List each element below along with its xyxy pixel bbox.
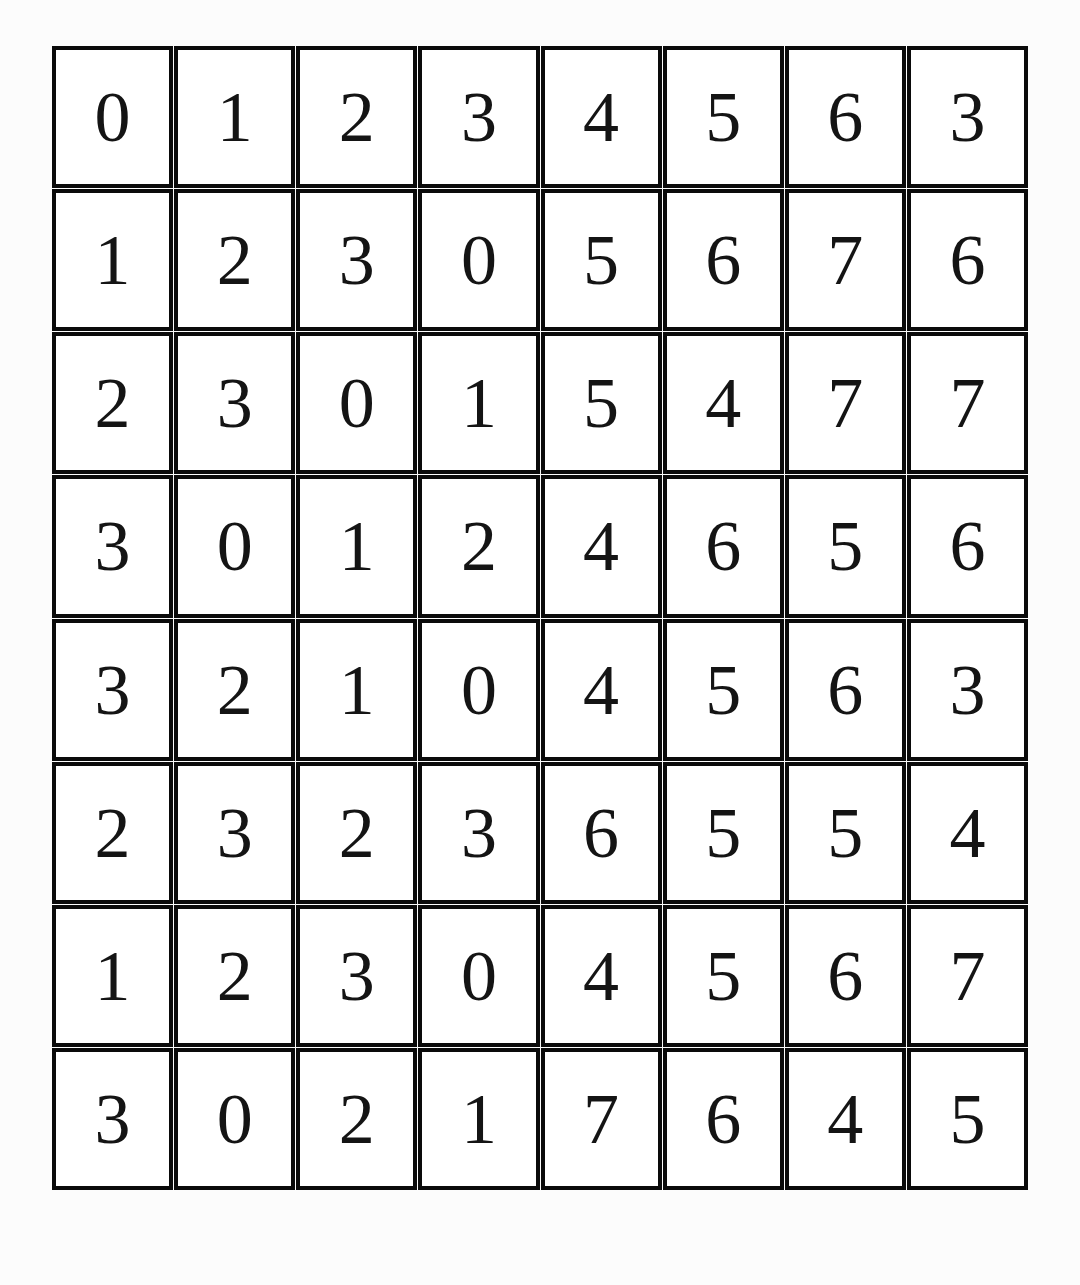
cell-r6c7[interactable]: 5 — [785, 762, 906, 904]
cell-r3c5[interactable]: 5 — [541, 332, 662, 474]
cell-r5c2[interactable]: 2 — [174, 619, 295, 761]
cell-r2c5[interactable]: 5 — [541, 189, 662, 331]
cell-r8c7[interactable]: 4 — [785, 1048, 906, 1190]
cell-r1c4[interactable]: 3 — [418, 46, 539, 188]
cell-r7c8[interactable]: 7 — [907, 905, 1028, 1047]
cell-r8c1[interactable]: 3 — [52, 1048, 173, 1190]
cell-r7c6[interactable]: 5 — [663, 905, 784, 1047]
cell-r4c1[interactable]: 3 — [52, 475, 173, 617]
cell-r4c3[interactable]: 1 — [296, 475, 417, 617]
cell-r3c8[interactable]: 7 — [907, 332, 1028, 474]
cell-r6c8[interactable]: 4 — [907, 762, 1028, 904]
cell-r4c4[interactable]: 2 — [418, 475, 539, 617]
cell-r7c1[interactable]: 1 — [52, 905, 173, 1047]
cell-r8c2[interactable]: 0 — [174, 1048, 295, 1190]
cell-r2c1[interactable]: 1 — [52, 189, 173, 331]
cell-r1c5[interactable]: 4 — [541, 46, 662, 188]
cell-r8c3[interactable]: 2 — [296, 1048, 417, 1190]
cell-r7c2[interactable]: 2 — [174, 905, 295, 1047]
cell-r3c4[interactable]: 1 — [418, 332, 539, 474]
cell-r1c7[interactable]: 6 — [785, 46, 906, 188]
puzzle-board: 0 1 2 3 4 5 6 3 1 2 3 0 5 6 7 6 2 3 0 1 … — [52, 46, 1028, 1190]
cell-r8c5[interactable]: 7 — [541, 1048, 662, 1190]
cell-r6c6[interactable]: 5 — [663, 762, 784, 904]
cell-r5c4[interactable]: 0 — [418, 619, 539, 761]
cell-r4c2[interactable]: 0 — [174, 475, 295, 617]
cell-r2c7[interactable]: 7 — [785, 189, 906, 331]
cell-r7c7[interactable]: 6 — [785, 905, 906, 1047]
cell-r4c5[interactable]: 4 — [541, 475, 662, 617]
cell-r1c2[interactable]: 1 — [174, 46, 295, 188]
cell-r1c8[interactable]: 3 — [907, 46, 1028, 188]
cell-r2c8[interactable]: 6 — [907, 189, 1028, 331]
cell-r3c1[interactable]: 2 — [52, 332, 173, 474]
cell-r6c1[interactable]: 2 — [52, 762, 173, 904]
cell-r7c4[interactable]: 0 — [418, 905, 539, 1047]
cell-r4c8[interactable]: 6 — [907, 475, 1028, 617]
cell-r4c7[interactable]: 5 — [785, 475, 906, 617]
cell-r3c3[interactable]: 0 — [296, 332, 417, 474]
cell-r5c6[interactable]: 5 — [663, 619, 784, 761]
cell-r1c6[interactable]: 5 — [663, 46, 784, 188]
cell-r6c5[interactable]: 6 — [541, 762, 662, 904]
cell-r1c1[interactable]: 0 — [52, 46, 173, 188]
cell-r2c2[interactable]: 2 — [174, 189, 295, 331]
cell-r3c2[interactable]: 3 — [174, 332, 295, 474]
cell-r6c4[interactable]: 3 — [418, 762, 539, 904]
cell-r8c4[interactable]: 1 — [418, 1048, 539, 1190]
cell-r6c2[interactable]: 3 — [174, 762, 295, 904]
cell-r6c3[interactable]: 2 — [296, 762, 417, 904]
cell-r4c6[interactable]: 6 — [663, 475, 784, 617]
cell-r2c3[interactable]: 3 — [296, 189, 417, 331]
cell-r5c7[interactable]: 6 — [785, 619, 906, 761]
cell-r7c3[interactable]: 3 — [296, 905, 417, 1047]
cell-r3c7[interactable]: 7 — [785, 332, 906, 474]
page: 0 1 2 3 4 5 6 3 1 2 3 0 5 6 7 6 2 3 0 1 … — [0, 0, 1080, 1285]
cell-r2c4[interactable]: 0 — [418, 189, 539, 331]
cell-r2c6[interactable]: 6 — [663, 189, 784, 331]
cell-r5c5[interactable]: 4 — [541, 619, 662, 761]
cell-r8c6[interactable]: 6 — [663, 1048, 784, 1190]
cell-r1c3[interactable]: 2 — [296, 46, 417, 188]
cell-r5c1[interactable]: 3 — [52, 619, 173, 761]
cell-r8c8[interactable]: 5 — [907, 1048, 1028, 1190]
cell-r5c8[interactable]: 3 — [907, 619, 1028, 761]
cell-r3c6[interactable]: 4 — [663, 332, 784, 474]
cell-r5c3[interactable]: 1 — [296, 619, 417, 761]
cell-r7c5[interactable]: 4 — [541, 905, 662, 1047]
